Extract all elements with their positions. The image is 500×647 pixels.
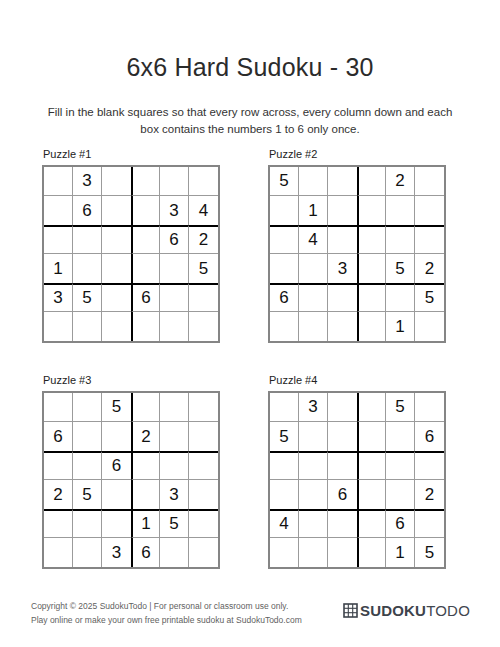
cell-r4c4 [357, 480, 386, 509]
cell-r4c6: 2 [415, 480, 444, 509]
cell-r3c2 [73, 225, 102, 254]
cell-r5c4 [357, 283, 386, 312]
puzzle-2-label: Puzzle #2 [269, 148, 494, 160]
cell-r6c5: 1 [386, 538, 415, 567]
cell-r3c4 [357, 451, 386, 480]
cell-r6c3: 3 [102, 538, 131, 567]
cell-r4c4 [357, 254, 386, 283]
cell-r2c3 [102, 196, 131, 225]
cell-r3c5 [386, 225, 415, 254]
cell-r6c2 [299, 312, 328, 341]
cell-r6c5: 1 [386, 312, 415, 341]
footer-copyright: Copyright © 2025 SudokuTodo | For person… [31, 600, 302, 627]
cell-r3c3 [328, 451, 357, 480]
cell-r6c4 [357, 538, 386, 567]
cell-r3c6 [415, 225, 444, 254]
puzzle-1-label: Puzzle #1 [43, 148, 268, 160]
cell-r4c4 [131, 480, 160, 509]
cell-r6c2 [73, 538, 102, 567]
cell-r3c1 [270, 225, 299, 254]
cell-r2c5 [160, 422, 189, 451]
cell-r6c1 [44, 312, 73, 341]
page-title: 6x6 Hard Sudoku - 30 [0, 53, 500, 82]
cell-r5c4 [357, 509, 386, 538]
puzzle-4: Puzzle #4 3556624615 [268, 374, 494, 569]
cell-r2c1: 5 [270, 422, 299, 451]
cell-r2c6: 6 [415, 422, 444, 451]
cell-r3c1 [44, 225, 73, 254]
cell-r3c4 [131, 451, 160, 480]
cell-r6c1 [44, 538, 73, 567]
cell-r5c3 [102, 509, 131, 538]
cell-r5c6: 5 [415, 283, 444, 312]
cell-r2c3 [328, 196, 357, 225]
cell-r1c2: 3 [73, 167, 102, 196]
cell-r5c3 [328, 283, 357, 312]
cell-r4c3 [102, 480, 131, 509]
cell-r2c2: 6 [73, 196, 102, 225]
cell-r6c6 [415, 312, 444, 341]
cell-r1c6 [189, 167, 218, 196]
cell-r3c5: 6 [160, 225, 189, 254]
cell-r3c2 [73, 451, 102, 480]
cell-r1c4 [357, 393, 386, 422]
cell-r4c5: 5 [386, 254, 415, 283]
cell-r5c3 [328, 509, 357, 538]
cell-r5c1: 4 [270, 509, 299, 538]
cell-r1c2 [73, 393, 102, 422]
cell-r5c2 [73, 509, 102, 538]
puzzle-3: Puzzle #3 56262531536 [42, 374, 268, 569]
cell-r4c3: 6 [328, 480, 357, 509]
footer-line-2: Play online or make your own free printa… [31, 614, 302, 628]
puzzle-1: Puzzle #1 36346215356 [42, 148, 268, 343]
cell-r1c4 [131, 167, 160, 196]
cell-r4c6: 5 [189, 254, 218, 283]
cell-r6c4 [131, 312, 160, 341]
cell-r2c6: 4 [189, 196, 218, 225]
cell-r5c2: 5 [73, 283, 102, 312]
cell-r4c1: 2 [44, 480, 73, 509]
cell-r3c2: 4 [299, 225, 328, 254]
cell-r3c2 [299, 451, 328, 480]
cell-r2c4: 2 [131, 422, 160, 451]
cell-r5c4: 6 [131, 283, 160, 312]
cell-r1c5 [160, 393, 189, 422]
cell-r6c6 [189, 538, 218, 567]
cell-r6c1 [270, 312, 299, 341]
cell-r1c3 [328, 393, 357, 422]
puzzle-3-board: 56262531536 [42, 391, 220, 569]
cell-r5c1 [44, 509, 73, 538]
cell-r4c4 [131, 254, 160, 283]
puzzle-2: Puzzle #2 5214352651 [268, 148, 494, 343]
cell-r5c6 [415, 509, 444, 538]
cell-r5c2 [299, 283, 328, 312]
cell-r5c1: 6 [270, 283, 299, 312]
cell-r2c2 [73, 422, 102, 451]
cell-r5c5 [386, 283, 415, 312]
cell-r3c3 [102, 225, 131, 254]
cell-r1c1 [44, 393, 73, 422]
cell-r2c1 [44, 196, 73, 225]
cell-r1c2: 3 [299, 393, 328, 422]
cell-r2c3 [328, 422, 357, 451]
cell-r1c1 [44, 167, 73, 196]
cell-r1c3: 5 [102, 393, 131, 422]
cell-r1c1 [270, 393, 299, 422]
cell-r2c1: 6 [44, 422, 73, 451]
cell-r1c5: 2 [386, 167, 415, 196]
cell-r3c5 [160, 451, 189, 480]
cell-r4c2: 5 [73, 480, 102, 509]
cell-r1c1: 5 [270, 167, 299, 196]
cell-r4c2 [299, 254, 328, 283]
cell-r5c5 [160, 283, 189, 312]
cell-r6c3 [102, 312, 131, 341]
logo-text-bold: SUDOKU [360, 602, 426, 619]
puzzle-4-label: Puzzle #4 [269, 374, 494, 386]
sudoku-grid-icon [343, 603, 358, 618]
cell-r2c6 [189, 422, 218, 451]
logo-text-light: TODO [426, 602, 470, 619]
puzzle-1-board: 36346215356 [42, 165, 220, 343]
cell-r3c6 [189, 451, 218, 480]
sudokutodo-logo: SUDOKUTODO [343, 602, 470, 619]
cell-r5c5: 5 [160, 509, 189, 538]
cell-r3c6 [415, 451, 444, 480]
cell-r4c6 [189, 480, 218, 509]
cell-r1c5: 5 [386, 393, 415, 422]
cell-r3c1 [270, 451, 299, 480]
cell-r6c6: 5 [415, 538, 444, 567]
cell-r4c6: 2 [415, 254, 444, 283]
cell-r6c3 [328, 538, 357, 567]
cell-r6c5 [160, 312, 189, 341]
cell-r5c6 [189, 283, 218, 312]
cell-r2c6 [415, 196, 444, 225]
cell-r3c3: 6 [102, 451, 131, 480]
cell-r4c3 [102, 254, 131, 283]
cell-r3c4 [131, 225, 160, 254]
cell-r6c2 [299, 538, 328, 567]
cell-r2c2 [299, 422, 328, 451]
cell-r5c5: 6 [386, 509, 415, 538]
cell-r6c4 [357, 312, 386, 341]
cell-r4c3: 3 [328, 254, 357, 283]
cell-r5c3 [102, 283, 131, 312]
cell-r2c4 [357, 422, 386, 451]
cell-r5c1: 3 [44, 283, 73, 312]
puzzle-2-board: 5214352651 [268, 165, 446, 343]
cell-r1c4 [357, 167, 386, 196]
cell-r6c4: 6 [131, 538, 160, 567]
cell-r4c1 [270, 480, 299, 509]
cell-r4c2 [299, 480, 328, 509]
cell-r6c6 [189, 312, 218, 341]
cell-r1c6 [415, 167, 444, 196]
cell-r2c1 [270, 196, 299, 225]
puzzle-4-board: 3556624615 [268, 391, 446, 569]
cell-r1c4 [131, 393, 160, 422]
cell-r1c6 [189, 393, 218, 422]
cell-r4c5: 3 [160, 480, 189, 509]
cell-r3c1 [44, 451, 73, 480]
cell-r2c5 [386, 196, 415, 225]
cell-r2c2: 1 [299, 196, 328, 225]
cell-r4c5 [386, 480, 415, 509]
cell-r2c4 [131, 196, 160, 225]
cell-r4c1 [270, 254, 299, 283]
cell-r4c2 [73, 254, 102, 283]
cell-r4c1: 1 [44, 254, 73, 283]
cell-r6c1 [270, 538, 299, 567]
cell-r2c5 [386, 422, 415, 451]
puzzle-3-label: Puzzle #3 [43, 374, 268, 386]
cell-r5c2 [299, 509, 328, 538]
cell-r2c5: 3 [160, 196, 189, 225]
cell-r3c4 [357, 225, 386, 254]
cell-r1c2 [299, 167, 328, 196]
cell-r6c2 [73, 312, 102, 341]
cell-r6c3 [328, 312, 357, 341]
cell-r6c5 [160, 538, 189, 567]
cell-r2c3 [102, 422, 131, 451]
cell-r2c4 [357, 196, 386, 225]
cell-r3c5 [386, 451, 415, 480]
cell-r1c5 [160, 167, 189, 196]
cell-r5c6 [189, 509, 218, 538]
footer-line-1: Copyright © 2025 SudokuTodo | For person… [31, 600, 302, 614]
cell-r1c6 [415, 393, 444, 422]
cell-r3c6: 2 [189, 225, 218, 254]
instructions-text: Fill in the blank squares so that every … [40, 104, 460, 140]
cell-r1c3 [328, 167, 357, 196]
cell-r5c4: 1 [131, 509, 160, 538]
cell-r1c3 [102, 167, 131, 196]
cell-r3c3 [328, 225, 357, 254]
cell-r4c5 [160, 254, 189, 283]
